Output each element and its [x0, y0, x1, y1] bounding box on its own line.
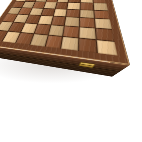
square-d3: [38, 16, 53, 25]
square-h3: [95, 19, 112, 29]
square-h2: [96, 29, 114, 42]
brass-hinge: [78, 62, 95, 68]
board-grid: [0, 0, 117, 56]
square-f1: [62, 37, 79, 51]
square-h5: [94, 3, 108, 10]
square-f5: [68, 2, 80, 9]
square-e3: [51, 17, 66, 26]
square-g5: [81, 3, 94, 10]
square-h4: [94, 10, 109, 19]
hinge-pin: [80, 64, 93, 66]
square-g6: [81, 0, 93, 3]
square-f2: [63, 26, 79, 37]
square-f3: [65, 17, 79, 27]
square-g4: [80, 10, 94, 18]
chessboard-box: [0, 0, 130, 65]
square-e4: [53, 9, 66, 17]
square-g2: [80, 27, 96, 39]
square-g3: [80, 18, 95, 28]
square-e5: [55, 2, 68, 9]
square-e2: [48, 25, 64, 36]
square-g1: [79, 39, 97, 54]
chessboard-photo: [0, 0, 142, 142]
square-e1: [45, 35, 62, 48]
square-f4: [66, 9, 79, 17]
square-h1: [97, 40, 117, 55]
